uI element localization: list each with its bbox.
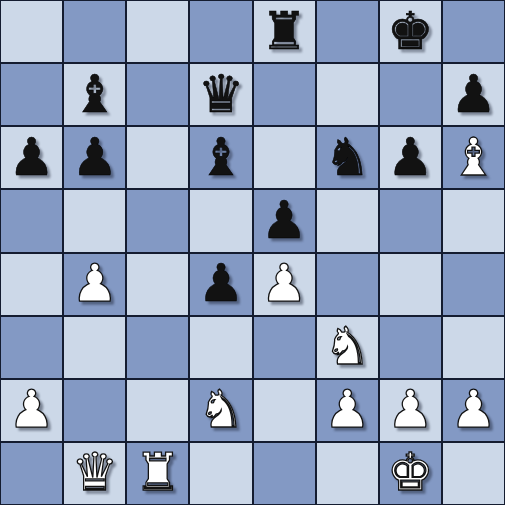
square-f3[interactable]: ♞ [317,317,378,378]
black-pawn[interactable]: ♟ [198,257,245,309]
square-g7[interactable] [380,64,441,125]
white-queen[interactable]: ♛ [71,446,118,498]
black-pawn[interactable]: ♟ [71,131,118,183]
white-king[interactable]: ♚ [387,446,434,498]
square-d7[interactable]: ♛ [190,64,251,125]
square-f1[interactable] [317,443,378,504]
square-e6[interactable] [254,127,315,188]
square-a8[interactable] [1,1,62,62]
chess-board: ♜♚♝♛♟♟♟♝♞♟♝♟♟♟♟♞♟♞♟♟♟♛♜♚ [0,0,505,505]
black-knight[interactable]: ♞ [324,131,371,183]
square-b7[interactable]: ♝ [64,64,125,125]
square-c4[interactable] [127,254,188,315]
black-pawn[interactable]: ♟ [387,131,434,183]
square-b5[interactable] [64,190,125,251]
square-a3[interactable] [1,317,62,378]
black-pawn[interactable]: ♟ [450,68,497,120]
square-e1[interactable] [254,443,315,504]
white-pawn[interactable]: ♟ [450,383,497,435]
square-g4[interactable] [380,254,441,315]
square-e4[interactable]: ♟ [254,254,315,315]
square-h7[interactable]: ♟ [443,64,504,125]
square-c3[interactable] [127,317,188,378]
square-a7[interactable] [1,64,62,125]
square-g8[interactable]: ♚ [380,1,441,62]
square-c2[interactable] [127,380,188,441]
black-king[interactable]: ♚ [387,5,434,57]
white-pawn[interactable]: ♟ [71,257,118,309]
square-b3[interactable] [64,317,125,378]
square-g1[interactable]: ♚ [380,443,441,504]
square-c6[interactable] [127,127,188,188]
white-pawn[interactable]: ♟ [8,383,55,435]
square-h3[interactable] [443,317,504,378]
black-rook[interactable]: ♜ [261,5,308,57]
black-bishop[interactable]: ♝ [71,68,118,120]
square-b8[interactable] [64,1,125,62]
square-c1[interactable]: ♜ [127,443,188,504]
square-f4[interactable] [317,254,378,315]
white-pawn[interactable]: ♟ [387,383,434,435]
white-knight[interactable]: ♞ [198,383,245,435]
black-pawn[interactable]: ♟ [261,194,308,246]
square-f2[interactable]: ♟ [317,380,378,441]
square-d5[interactable] [190,190,251,251]
square-e2[interactable] [254,380,315,441]
square-h2[interactable]: ♟ [443,380,504,441]
square-f7[interactable] [317,64,378,125]
square-a6[interactable]: ♟ [1,127,62,188]
square-h5[interactable] [443,190,504,251]
square-d3[interactable] [190,317,251,378]
square-h8[interactable] [443,1,504,62]
square-b6[interactable]: ♟ [64,127,125,188]
white-pawn[interactable]: ♟ [324,383,371,435]
black-queen[interactable]: ♛ [198,68,245,120]
square-d4[interactable]: ♟ [190,254,251,315]
black-pawn[interactable]: ♟ [8,131,55,183]
square-b1[interactable]: ♛ [64,443,125,504]
chess-board-container: ♜♚♝♛♟♟♟♝♞♟♝♟♟♟♟♞♟♞♟♟♟♛♜♚ [0,0,505,505]
square-g5[interactable] [380,190,441,251]
square-f6[interactable]: ♞ [317,127,378,188]
square-a2[interactable]: ♟ [1,380,62,441]
square-d2[interactable]: ♞ [190,380,251,441]
square-a1[interactable] [1,443,62,504]
square-a5[interactable] [1,190,62,251]
white-pawn[interactable]: ♟ [261,257,308,309]
square-d6[interactable]: ♝ [190,127,251,188]
square-e3[interactable] [254,317,315,378]
white-knight[interactable]: ♞ [324,320,371,372]
square-d1[interactable] [190,443,251,504]
square-h1[interactable] [443,443,504,504]
square-c8[interactable] [127,1,188,62]
square-e5[interactable]: ♟ [254,190,315,251]
square-h6[interactable]: ♝ [443,127,504,188]
square-a4[interactable] [1,254,62,315]
square-g6[interactable]: ♟ [380,127,441,188]
square-f8[interactable] [317,1,378,62]
square-b2[interactable] [64,380,125,441]
square-h4[interactable] [443,254,504,315]
square-b4[interactable]: ♟ [64,254,125,315]
black-bishop[interactable]: ♝ [198,131,245,183]
square-c7[interactable] [127,64,188,125]
square-e8[interactable]: ♜ [254,1,315,62]
white-bishop[interactable]: ♝ [450,131,497,183]
square-f5[interactable] [317,190,378,251]
square-d8[interactable] [190,1,251,62]
square-e7[interactable] [254,64,315,125]
square-c5[interactable] [127,190,188,251]
square-g2[interactable]: ♟ [380,380,441,441]
white-rook[interactable]: ♜ [135,446,182,498]
square-g3[interactable] [380,317,441,378]
